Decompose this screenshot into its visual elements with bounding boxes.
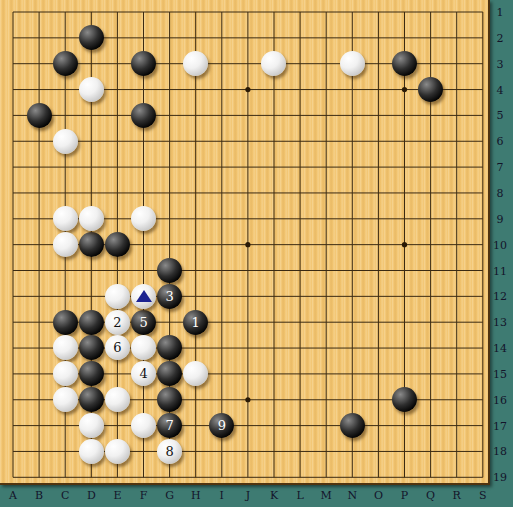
point-D17 xyxy=(78,413,104,439)
move-number-4: 4 xyxy=(139,367,147,380)
white-stone-C14 xyxy=(53,335,78,360)
row-label-10: 10 xyxy=(493,238,507,251)
point-F17 xyxy=(130,413,156,439)
point-C16 xyxy=(52,387,78,413)
row-label-1: 1 xyxy=(497,6,504,19)
col-label-K: K xyxy=(270,489,278,502)
point-D14 xyxy=(78,335,104,361)
black-stone-D10 xyxy=(79,232,104,257)
point-H3 xyxy=(183,51,209,77)
stone-layer: 351792648 xyxy=(0,0,496,490)
black-stone-G15 xyxy=(157,361,182,386)
black-stone-G17: 7 xyxy=(157,413,182,438)
col-label-S: S xyxy=(479,489,487,502)
black-stone-P3 xyxy=(392,51,417,76)
white-stone-H15 xyxy=(183,361,208,386)
white-stone-N3 xyxy=(340,51,365,76)
point-C14 xyxy=(52,335,78,361)
point-D13 xyxy=(78,309,104,335)
row-label-12: 12 xyxy=(493,290,507,303)
black-stone-D16 xyxy=(79,387,104,412)
point-C9 xyxy=(52,206,78,232)
point-D18 xyxy=(78,438,104,464)
white-stone-C16 xyxy=(53,387,78,412)
col-label-C: C xyxy=(61,489,69,502)
board-grid-lines xyxy=(0,0,488,483)
white-stone-C9 xyxy=(53,206,78,231)
point-G17: 7 xyxy=(157,413,183,439)
row-label-15: 15 xyxy=(493,367,507,380)
point-H13: 1 xyxy=(183,309,209,335)
black-stone-G16 xyxy=(157,387,182,412)
point-K3 xyxy=(261,51,287,77)
point-G11 xyxy=(157,257,183,283)
black-stone-D2 xyxy=(79,25,104,50)
col-label-D: D xyxy=(87,489,96,502)
black-stone-F5 xyxy=(131,103,156,128)
point-F9 xyxy=(130,206,156,232)
point-I17: 9 xyxy=(209,413,235,439)
point-E14: 6 xyxy=(104,335,130,361)
star-point-D16 xyxy=(89,397,94,402)
col-label-A: A xyxy=(9,489,17,502)
col-label-N: N xyxy=(347,489,357,502)
black-stone-D14 xyxy=(79,335,104,360)
col-label-M: M xyxy=(321,489,332,502)
white-stone-H3 xyxy=(183,51,208,76)
star-point-D10 xyxy=(89,242,94,247)
move-number-3: 3 xyxy=(165,290,173,303)
black-stone-D15 xyxy=(79,361,104,386)
col-label-G: G xyxy=(165,489,174,502)
black-stone-P16 xyxy=(392,387,417,412)
move-number-7: 7 xyxy=(165,419,173,432)
white-stone-E13: 2 xyxy=(105,310,130,335)
point-G18: 8 xyxy=(157,438,183,464)
star-point-J4 xyxy=(245,87,250,92)
point-D15 xyxy=(78,361,104,387)
move-number-1: 1 xyxy=(192,316,200,329)
white-stone-F12 xyxy=(131,284,156,309)
point-N17 xyxy=(339,413,365,439)
black-stone-N17 xyxy=(340,413,365,438)
point-F12 xyxy=(130,283,156,309)
point-F15: 4 xyxy=(130,361,156,387)
row-label-4: 4 xyxy=(497,83,504,96)
point-D9 xyxy=(78,206,104,232)
row-label-14: 14 xyxy=(493,342,507,355)
black-stone-C3 xyxy=(53,51,78,76)
white-stone-E18 xyxy=(105,439,130,464)
point-P3 xyxy=(391,51,417,77)
point-E13: 2 xyxy=(104,309,130,335)
row-label-11: 11 xyxy=(493,264,507,277)
point-C3 xyxy=(52,51,78,77)
white-stone-D17 xyxy=(79,413,104,438)
point-C6 xyxy=(52,128,78,154)
black-stone-H13: 1 xyxy=(183,310,208,335)
point-E16 xyxy=(104,387,130,413)
move-number-5: 5 xyxy=(139,316,147,329)
point-E10 xyxy=(104,232,130,258)
white-stone-C10 xyxy=(53,232,78,257)
black-stone-I17: 9 xyxy=(209,413,234,438)
black-stone-G12: 3 xyxy=(157,284,182,309)
point-E12 xyxy=(104,283,130,309)
white-stone-E16 xyxy=(105,387,130,412)
black-stone-G14 xyxy=(157,335,182,360)
triangle-marker-icon xyxy=(136,290,152,302)
point-P16 xyxy=(391,387,417,413)
point-D4 xyxy=(78,77,104,103)
col-label-L: L xyxy=(296,489,303,502)
point-C10 xyxy=(52,232,78,258)
white-stone-F9 xyxy=(131,206,156,231)
point-G12: 3 xyxy=(157,283,183,309)
black-stone-Q4 xyxy=(418,77,443,102)
point-C13 xyxy=(52,309,78,335)
col-label-H: H xyxy=(191,489,201,502)
point-E18 xyxy=(104,438,130,464)
point-H15 xyxy=(183,361,209,387)
black-stone-D13 xyxy=(79,310,104,335)
point-G15 xyxy=(157,361,183,387)
white-stone-C6 xyxy=(53,129,78,154)
white-stone-F17 xyxy=(131,413,156,438)
white-stone-F14 xyxy=(131,335,156,360)
col-label-F: F xyxy=(140,489,148,502)
move-number-6: 6 xyxy=(113,341,121,354)
star-point-J16 xyxy=(245,397,250,402)
black-stone-F3 xyxy=(131,51,156,76)
black-stone-C13 xyxy=(53,310,78,335)
row-label-6: 6 xyxy=(497,135,504,148)
point-D16 xyxy=(78,387,104,413)
row-label-17: 17 xyxy=(493,419,507,432)
point-D2 xyxy=(78,25,104,51)
col-label-P: P xyxy=(401,489,408,502)
black-stone-E10 xyxy=(105,232,130,257)
white-stone-F15: 4 xyxy=(131,361,156,386)
point-F3 xyxy=(130,51,156,77)
move-number-2: 2 xyxy=(113,316,121,329)
row-label-9: 9 xyxy=(497,212,504,225)
black-stone-G11 xyxy=(157,258,182,283)
white-stone-D18 xyxy=(79,439,104,464)
move-number-9: 9 xyxy=(218,419,226,432)
point-F14 xyxy=(130,335,156,361)
point-B5 xyxy=(26,102,52,128)
col-label-E: E xyxy=(113,489,121,502)
point-F13: 5 xyxy=(130,309,156,335)
star-point-P16 xyxy=(402,397,407,402)
white-stone-G18: 8 xyxy=(157,439,182,464)
point-G14 xyxy=(157,335,183,361)
go-app-stage: 351792648 ABCDEFGHIJKLMNOPQRS 1234567891… xyxy=(0,0,513,507)
white-stone-C15 xyxy=(53,361,78,386)
col-label-O: O xyxy=(374,489,383,502)
col-label-R: R xyxy=(453,489,461,502)
col-label-B: B xyxy=(35,489,43,502)
star-point-P10 xyxy=(402,242,407,247)
row-label-13: 13 xyxy=(493,316,507,329)
point-G16 xyxy=(157,387,183,413)
row-label-16: 16 xyxy=(493,393,507,406)
col-label-I: I xyxy=(220,489,224,502)
white-stone-E14: 6 xyxy=(105,335,130,360)
point-D10 xyxy=(78,232,104,258)
point-Q4 xyxy=(418,77,444,103)
black-stone-B5 xyxy=(27,103,52,128)
row-label-5: 5 xyxy=(497,109,504,122)
col-label-Q: Q xyxy=(426,489,435,502)
move-number-8: 8 xyxy=(165,445,173,458)
star-point-J10 xyxy=(245,242,250,247)
white-stone-K3 xyxy=(261,51,286,76)
white-stone-D4 xyxy=(79,77,104,102)
row-label-8: 8 xyxy=(497,186,504,199)
white-stone-D9 xyxy=(79,206,104,231)
col-label-J: J xyxy=(246,489,250,502)
row-label-2: 2 xyxy=(497,31,504,44)
star-point-D4 xyxy=(89,87,94,92)
row-label-18: 18 xyxy=(493,445,507,458)
point-F5 xyxy=(130,102,156,128)
go-board[interactable]: 351792648 xyxy=(0,0,490,485)
star-point-P4 xyxy=(402,87,407,92)
row-label-7: 7 xyxy=(497,161,504,174)
point-N3 xyxy=(339,51,365,77)
white-stone-E12 xyxy=(105,284,130,309)
row-label-3: 3 xyxy=(497,57,504,70)
row-label-19: 19 xyxy=(493,471,507,484)
black-stone-F13: 5 xyxy=(131,310,156,335)
point-C15 xyxy=(52,361,78,387)
